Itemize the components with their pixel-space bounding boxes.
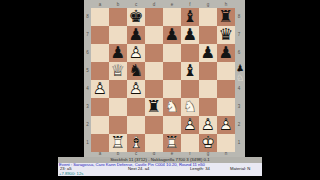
game-length-text: Length: 34 [190,167,210,172]
caption-body: Event : Saragossa, Caro Kann Defense, Ca… [58,163,262,177]
rank-labels-left: 87654321 [84,8,91,152]
square-b3[interactable] [109,98,127,116]
piece-white-p: ♟♙ [91,80,109,98]
square-a5[interactable] [91,62,109,80]
square-h7[interactable]: ♛ [217,26,235,44]
piece-black-p: ♟ [109,44,127,62]
square-a2[interactable] [91,116,109,134]
coord-label-3: 3 [84,98,91,116]
piece-black-b: ♝ [181,62,199,80]
engine-eval-text: +7.8900: 12s [59,172,83,177]
square-a8[interactable] [91,8,109,26]
piece-white-r: ♜♖ [163,134,181,152]
black-pawn-icon: ♟ [236,63,244,73]
piece-black-p: ♟ [217,44,235,62]
square-b4[interactable] [109,80,127,98]
square-h4[interactable] [217,80,235,98]
square-d4[interactable] [145,80,163,98]
square-e4[interactable] [163,80,181,98]
coord-label-a: a [91,1,109,8]
coord-label-5: 5 [84,62,91,80]
square-h1[interactable] [217,134,235,152]
square-b8[interactable] [109,8,127,26]
coord-label-1: 1 [235,134,243,152]
square-a7[interactable] [91,26,109,44]
square-b5[interactable]: ♛♕ [109,62,127,80]
square-c5[interactable]: ♞ [127,62,145,80]
piece-white-k: ♚♔ [199,134,217,152]
square-c1[interactable]: ♝♗ [127,134,145,152]
square-c7[interactable]: ♟ [127,26,145,44]
square-e5[interactable] [163,62,181,80]
piece-black-k: ♚ [127,8,145,26]
coord-label-b: b [109,1,127,8]
coord-label-6: 6 [84,44,91,62]
square-d2[interactable] [145,116,163,134]
square-h8[interactable]: ♜ [217,8,235,26]
piece-black-q: ♛ [217,26,235,44]
piece-black-p: ♟ [181,26,199,44]
square-f5[interactable]: ♝ [181,62,199,80]
square-a1[interactable] [91,134,109,152]
square-h5[interactable] [217,62,235,80]
square-a4[interactable]: ♟♙ [91,80,109,98]
white-knight-icon: ♘ [236,73,244,83]
piece-black-p: ♟ [199,44,217,62]
coord-label-8: 8 [235,8,243,26]
square-b2[interactable] [109,116,127,134]
square-d6[interactable] [145,44,163,62]
coord-label-e: e [163,1,181,8]
square-d5[interactable] [145,62,163,80]
piece-black-b: ♝ [181,8,199,26]
square-g2[interactable]: ♟♙ [199,116,217,134]
coord-label-4: 4 [84,80,91,98]
square-d7[interactable] [145,26,163,44]
coord-label-1: 1 [84,134,91,152]
piece-black-p: ♟ [127,26,145,44]
coord-label-3: 3 [235,98,243,116]
next-move-text: Next 24. a4 [128,167,149,172]
piece-white-n: ♞♘ [181,98,199,116]
square-f2[interactable]: ♟♙ [181,116,199,134]
square-f6[interactable] [181,44,199,62]
square-h3[interactable] [217,98,235,116]
square-f3[interactable]: ♞♘ [181,98,199,116]
piece-black-n: ♞ [127,62,145,80]
square-g3[interactable] [199,98,217,116]
square-e3[interactable]: ♞♘ [163,98,181,116]
video-frame: abcdefgh abcdefgh 87654321 87654321 ♚♝♜♟… [0,0,320,180]
square-h2[interactable]: ♟♙ [217,116,235,134]
coord-label-8: 8 [84,8,91,26]
square-e6[interactable] [163,44,181,62]
piece-white-r: ♜♖ [109,134,127,152]
square-c8[interactable]: ♚ [127,8,145,26]
square-f1[interactable] [181,134,199,152]
square-b6[interactable]: ♟ [109,44,127,62]
square-g1[interactable]: ♚♔ [199,134,217,152]
square-d1[interactable] [145,134,163,152]
square-e2[interactable] [163,116,181,134]
square-e7[interactable]: ♟ [163,26,181,44]
piece-black-p: ♟ [163,26,181,44]
caption-panel: Stockfish 11 (3712) - Nakkagorilla 7700 … [58,157,262,176]
square-c4[interactable]: ♟♙ [127,80,145,98]
coord-label-d: d [145,1,163,8]
piece-white-p: ♟♙ [181,116,199,134]
piece-white-p: ♟♙ [199,116,217,134]
file-labels-top: abcdefgh [91,1,235,8]
square-c3[interactable] [127,98,145,116]
square-b7[interactable] [109,26,127,44]
square-e1[interactable]: ♜♖ [163,134,181,152]
piece-white-p: ♟♙ [127,80,145,98]
piece-black-r: ♜ [145,98,163,116]
piece-white-n: ♞♘ [163,98,181,116]
square-g8[interactable] [199,8,217,26]
square-f4[interactable] [181,80,199,98]
piece-white-p: ♟♙ [127,44,145,62]
square-b1[interactable]: ♜♖ [109,134,127,152]
coord-label-2: 2 [84,116,91,134]
square-d8[interactable] [145,8,163,26]
square-f7[interactable]: ♟ [181,26,199,44]
square-a6[interactable] [91,44,109,62]
square-g5[interactable] [199,62,217,80]
piece-black-r: ♜ [217,8,235,26]
piece-white-p: ♟♙ [217,116,235,134]
coord-label-6: 6 [235,44,243,62]
square-c2[interactable] [127,116,145,134]
square-g7[interactable] [199,26,217,44]
piece-white-b: ♝♗ [127,134,145,152]
square-e8[interactable] [163,8,181,26]
square-g4[interactable] [199,80,217,98]
material-indicator: ♟ ♘ [235,63,245,83]
square-f8[interactable]: ♝ [181,8,199,26]
coord-label-7: 7 [235,26,243,44]
coord-label-2: 2 [235,116,243,134]
square-a3[interactable] [91,98,109,116]
material-text: Material: N [230,167,250,172]
square-d3[interactable]: ♜ [145,98,163,116]
coord-label-7: 7 [84,26,91,44]
square-g6[interactable]: ♟ [199,44,217,62]
square-c6[interactable]: ♟♙ [127,44,145,62]
square-h6[interactable]: ♟ [217,44,235,62]
coord-label-g: g [199,1,217,8]
chess-board[interactable]: ♚♝♜♟♟♟♛♟♟♙♟♟♛♕♞♝♟♙♟♙♜♞♘♞♘♟♙♟♙♟♙♜♖♝♗♜♖♚♔ [91,8,235,152]
piece-white-q: ♛♕ [109,62,127,80]
